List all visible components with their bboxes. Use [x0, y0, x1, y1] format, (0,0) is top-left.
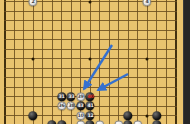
stone-number: 41 [87, 104, 93, 109]
white-stone-2[interactable]: 2 [28, 0, 37, 6]
grid-hline [4, 87, 177, 88]
grid-hline [4, 30, 177, 31]
black-stone[interactable] [57, 120, 66, 124]
white-stone[interactable] [114, 120, 123, 124]
black-stone[interactable] [152, 120, 161, 124]
white-stone[interactable] [76, 120, 85, 124]
stone-number: 43 [77, 104, 83, 109]
black-stone-40[interactable]: 40 [85, 92, 94, 101]
stone-number: 31 [58, 94, 64, 99]
white-stone-10[interactable]: 10 [76, 111, 85, 120]
stone-number: 4 [145, 0, 148, 4]
stone-number: 2 [31, 0, 34, 4]
stone-number: 10 [77, 113, 83, 118]
white-stone-39[interactable]: 39 [76, 92, 85, 101]
black-stone[interactable] [123, 111, 132, 120]
white-stone-4[interactable]: 4 [142, 0, 151, 6]
app-background-strip [183, 0, 190, 124]
black-stone[interactable] [47, 120, 56, 124]
go-board[interactable]: 2431333940363843411012 [0, 0, 190, 124]
black-stone-12[interactable]: 12 [85, 111, 94, 120]
black-stone-41[interactable]: 41 [85, 101, 94, 110]
white-stone[interactable] [95, 120, 104, 124]
grid-hline [4, 68, 177, 69]
star-point [89, 57, 92, 60]
star-point [146, 114, 149, 117]
white-stone[interactable] [133, 120, 142, 124]
black-stone[interactable] [85, 120, 94, 124]
go-review-screenshot: 2431333940363843411012 [0, 0, 190, 124]
stone-number: 36 [58, 104, 64, 109]
star-point [89, 0, 92, 3]
black-stone-31[interactable]: 31 [57, 92, 66, 101]
stone-number: 38 [68, 104, 74, 109]
grid-hline [4, 49, 177, 50]
grid-hline [4, 39, 177, 40]
stone-number: 40 [87, 94, 93, 99]
star-point [146, 57, 149, 60]
black-stone-43[interactable]: 43 [76, 101, 85, 110]
black-stone[interactable] [123, 120, 132, 124]
grid-hline [4, 20, 177, 21]
black-stone-33[interactable]: 33 [66, 92, 75, 101]
grid-hline [4, 11, 177, 12]
black-stone[interactable] [28, 111, 37, 120]
stone-number: 12 [87, 113, 93, 118]
stone-number: 33 [68, 94, 74, 99]
grid-hline [4, 77, 177, 78]
star-point [32, 57, 35, 60]
white-stone-38[interactable]: 38 [66, 101, 75, 110]
stone-number: 39 [77, 94, 83, 99]
black-stone[interactable] [152, 111, 161, 120]
white-stone-36[interactable]: 36 [57, 101, 66, 110]
